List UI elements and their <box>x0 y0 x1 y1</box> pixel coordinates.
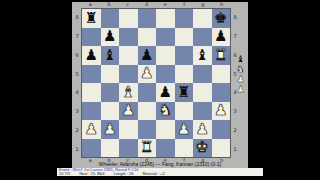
square-e8[interactable] <box>156 9 175 28</box>
square-b7[interactable]: ♟ <box>101 28 120 47</box>
status-line: 20 7/5Next : 25. Bb3Length : 26Material … <box>59 172 259 176</box>
square-d1[interactable]: ♜ <box>138 139 157 158</box>
square-c2[interactable] <box>119 120 138 139</box>
square-a3[interactable] <box>82 102 101 121</box>
rank-label-5: 5 <box>74 64 80 83</box>
piece-white-bishop[interactable]: ♝ <box>122 85 135 100</box>
square-d6[interactable]: ♟ <box>138 46 157 65</box>
square-e1[interactable] <box>156 139 175 158</box>
file-label-g: g <box>194 2 213 7</box>
rank-labels-left: 87654321 <box>74 8 80 158</box>
piece-black-rook[interactable]: ♜ <box>177 85 190 100</box>
square-d5[interactable]: ♟ <box>138 65 157 84</box>
square-e3[interactable]: ♞ <box>156 102 175 121</box>
status-segment: Next : 25. Bb3 <box>79 172 104 176</box>
square-d2[interactable] <box>138 120 157 139</box>
square-c4[interactable]: ♝ <box>119 83 138 102</box>
file-label-f: f <box>175 2 194 7</box>
square-a4[interactable] <box>82 83 101 102</box>
piece-white-king[interactable]: ♚ <box>196 140 209 155</box>
square-f4[interactable]: ♜ <box>175 83 194 102</box>
square-c1[interactable] <box>119 139 138 158</box>
square-h5[interactable] <box>212 65 231 84</box>
piece-black-bishop[interactable]: ♝ <box>103 48 116 63</box>
piece-black-pawn[interactable]: ♟ <box>214 29 227 44</box>
rank-label-1: 1 <box>74 139 80 158</box>
square-h4[interactable] <box>212 83 231 102</box>
square-g7[interactable] <box>193 28 212 47</box>
file-label-b: b <box>100 2 119 7</box>
square-b4[interactable] <box>101 83 120 102</box>
square-d4[interactable] <box>138 83 157 102</box>
rank-label-8: 8 <box>74 8 80 27</box>
square-d3[interactable] <box>138 102 157 121</box>
file-labels-top: abcdefgh <box>81 2 231 7</box>
piece-white-pawn[interactable]: ♟ <box>140 66 153 81</box>
square-c5[interactable] <box>119 65 138 84</box>
status-segment: 20 7/5 <box>59 172 70 176</box>
piece-black-pawn[interactable]: ♟ <box>85 48 98 63</box>
piece-white-pawn[interactable]: ♟ <box>122 103 135 118</box>
square-a1[interactable] <box>82 139 101 158</box>
square-c6[interactable] <box>119 46 138 65</box>
square-g3[interactable] <box>193 102 212 121</box>
square-h2[interactable] <box>212 120 231 139</box>
piece-black-rook[interactable]: ♜ <box>85 11 98 26</box>
rank-label-7: 7 <box>74 27 80 46</box>
square-f1[interactable] <box>175 139 194 158</box>
piece-white-pawn[interactable]: ♟ <box>85 122 98 137</box>
chess-board: ♜♚♟♟♟♝♟♝♜♟♝♟♜♟♞♟♟♟♟♟♜♚ <box>81 8 231 158</box>
square-d8[interactable] <box>138 9 157 28</box>
captured-white-pawn: ♟ <box>236 84 244 94</box>
piece-black-pawn[interactable]: ♟ <box>103 29 116 44</box>
square-d7[interactable] <box>138 28 157 47</box>
rank-label-3: 3 <box>74 102 80 121</box>
square-a8[interactable]: ♜ <box>82 9 101 28</box>
square-e4[interactable]: ♟ <box>156 83 175 102</box>
chessboard-panel: abcdefgh 87654321 ♜♚♟♟♟♝♟♝♜♟♝♟♜♟♞♟♟♟♟♟♜♚… <box>72 2 248 168</box>
square-g2[interactable]: ♟ <box>193 120 212 139</box>
square-b2[interactable]: ♟ <box>101 120 120 139</box>
piece-white-knight[interactable]: ♞ <box>159 103 172 118</box>
game-info-strip: Event : WchT 1st Luzern 1985, Round 9 C1… <box>57 168 263 176</box>
square-f2[interactable]: ♟ <box>175 120 194 139</box>
square-e2[interactable] <box>156 120 175 139</box>
square-h8[interactable]: ♚ <box>212 9 231 28</box>
square-g6[interactable]: ♝ <box>193 46 212 65</box>
status-segment: Material : +2 <box>143 172 165 176</box>
square-h6[interactable]: ♜ <box>212 46 231 65</box>
piece-black-king[interactable]: ♚ <box>214 11 227 26</box>
status-segment: Length : 26 <box>113 172 133 176</box>
square-a7[interactable] <box>82 28 101 47</box>
piece-white-pawn[interactable]: ♟ <box>214 103 227 118</box>
square-c8[interactable] <box>119 9 138 28</box>
captured-white-pawn: ♟ <box>236 74 244 84</box>
square-f6[interactable] <box>175 46 194 65</box>
square-e7[interactable] <box>156 28 175 47</box>
square-b1[interactable] <box>101 139 120 158</box>
rank-label-1: 1 <box>232 139 238 158</box>
square-c3[interactable]: ♟ <box>119 102 138 121</box>
square-a6[interactable]: ♟ <box>82 46 101 65</box>
rank-label-2: 2 <box>232 121 238 140</box>
piece-black-bishop[interactable]: ♝ <box>196 48 209 63</box>
file-label-a: a <box>81 2 100 7</box>
piece-white-pawn[interactable]: ♟ <box>177 122 190 137</box>
square-f3[interactable] <box>175 102 194 121</box>
rank-label-6: 6 <box>74 46 80 65</box>
piece-black-pawn[interactable]: ♟ <box>159 85 172 100</box>
rank-label-8: 8 <box>232 8 238 27</box>
square-b8[interactable] <box>101 9 120 28</box>
rank-label-7: 7 <box>232 27 238 46</box>
square-f7[interactable] <box>175 28 194 47</box>
square-e6[interactable] <box>156 46 175 65</box>
square-a5[interactable] <box>82 65 101 84</box>
square-g1[interactable]: ♚ <box>193 139 212 158</box>
captured-white-knight: ♞ <box>236 64 244 74</box>
captured-pieces-tray: ♝♞♟♟ <box>234 54 247 94</box>
file-label-c: c <box>119 2 138 7</box>
piece-black-pawn[interactable]: ♟ <box>140 48 153 63</box>
rank-label-4: 4 <box>74 83 80 102</box>
square-g4[interactable] <box>193 83 212 102</box>
piece-white-pawn[interactable]: ♟ <box>103 122 116 137</box>
file-label-d: d <box>137 2 156 7</box>
video-frame: abcdefgh 87654321 ♜♚♟♟♟♝♟♝♜♟♝♟♜♟♞♟♟♟♟♟♜♚… <box>0 0 320 180</box>
square-f8[interactable] <box>175 9 194 28</box>
square-b5[interactable] <box>101 65 120 84</box>
piece-white-rook[interactable]: ♜ <box>214 48 227 63</box>
square-b6[interactable]: ♝ <box>101 46 120 65</box>
square-g5[interactable] <box>193 65 212 84</box>
square-e5[interactable] <box>156 65 175 84</box>
square-a2[interactable]: ♟ <box>82 120 101 139</box>
piece-white-pawn[interactable]: ♟ <box>196 122 209 137</box>
captured-black-bishop: ♝ <box>236 54 244 64</box>
square-b3[interactable] <box>101 102 120 121</box>
file-label-e: e <box>156 2 175 7</box>
square-g8[interactable] <box>193 9 212 28</box>
square-h7[interactable]: ♟ <box>212 28 231 47</box>
rank-label-3: 3 <box>232 102 238 121</box>
square-c7[interactable] <box>119 28 138 47</box>
piece-white-rook[interactable]: ♜ <box>140 140 153 155</box>
square-f5[interactable] <box>175 65 194 84</box>
square-h1[interactable] <box>212 139 231 158</box>
square-h3[interactable]: ♟ <box>212 102 231 121</box>
rank-label-2: 2 <box>74 121 80 140</box>
file-label-h: h <box>212 2 231 7</box>
